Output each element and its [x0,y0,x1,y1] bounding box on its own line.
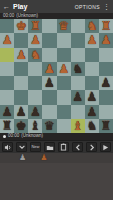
square-h4[interactable] [0,62,14,76]
square-e5[interactable]: ♟ [42,76,56,90]
square-a7[interactable] [99,105,113,119]
captured-white-pawn-icon: ♟ [40,154,47,162]
new-game-label: New [31,145,39,149]
black-pawn[interactable]: ♟ [30,105,41,117]
square-h6[interactable] [0,90,14,104]
white-pawn[interactable]: ♟ [86,34,97,46]
white-knight[interactable]: ♞ [86,20,97,32]
black-knight[interactable]: ♞ [86,119,97,131]
options-button[interactable]: OPTIONS [75,4,100,10]
square-f5[interactable] [28,76,42,90]
square-d7[interactable] [57,105,71,119]
folder-icon [46,144,54,151]
overflow-menu-icon[interactable]: ⋮ [103,3,110,10]
square-f1[interactable]: ♜ [28,19,42,33]
chevron-down-icon [18,144,26,150]
square-a3[interactable] [99,48,113,62]
black-pawn[interactable]: ♟ [101,77,112,89]
captured-pieces-row: ♟ ♟ [0,153,113,163]
square-g5[interactable] [14,76,28,90]
square-e8[interactable]: ♛ [42,119,56,133]
square-f8[interactable]: ♝ [28,119,42,133]
square-e2[interactable] [42,33,56,47]
square-a8[interactable]: ♜ [99,119,113,133]
square-g4[interactable] [14,62,28,76]
white-rook[interactable]: ♜ [101,20,112,32]
black-knight[interactable]: ♞ [72,62,83,74]
volume-button[interactable] [2,142,13,152]
square-h3[interactable] [0,48,14,62]
square-b7[interactable]: ♟ [85,105,99,119]
volume-icon [4,144,12,151]
white-pawn[interactable]: ♟ [16,48,27,60]
bottom-player-name: (Unknown) [21,134,43,139]
square-b1[interactable]: ♞ [85,19,99,33]
black-pawn[interactable]: ♟ [86,91,97,103]
chevron-left-icon [75,144,81,151]
square-b5[interactable] [85,76,99,90]
square-c5[interactable] [71,76,85,90]
square-c2[interactable] [71,33,85,47]
white-bishop[interactable]: ♝ [72,119,83,131]
square-f2[interactable]: ♟ [28,33,42,47]
square-h1[interactable] [0,19,14,33]
open-button[interactable] [44,142,55,152]
play-icon [102,144,109,151]
square-d3[interactable] [57,48,71,62]
square-g8[interactable]: ♚ [14,119,28,133]
square-c4[interactable]: ♞ [71,62,85,76]
square-g3[interactable]: ♟ [14,48,28,62]
square-d6[interactable] [57,90,71,104]
square-b2[interactable]: ♟ [85,33,99,47]
page-title: Play [13,3,27,10]
square-h2[interactable]: ♟ [0,33,14,47]
square-c6[interactable]: ♟ [71,90,85,104]
square-b8[interactable]: ♞ [85,119,99,133]
square-c1[interactable] [71,19,85,33]
square-h8[interactable]: ♜ [0,119,14,133]
white-pawn[interactable]: ♟ [101,34,112,46]
square-f7[interactable]: ♟ [28,105,42,119]
bottom-player-strip: 00:00 (Unknown) [0,133,113,140]
black-queen[interactable]: ♛ [44,119,55,131]
square-c3[interactable] [71,48,85,62]
square-a5[interactable]: ♟ [99,76,113,90]
square-c8[interactable]: ♝ [71,119,85,133]
collapse-button[interactable] [16,142,27,152]
square-g2[interactable] [14,33,28,47]
square-e6[interactable] [42,90,56,104]
square-g7[interactable]: ♟ [14,105,28,119]
white-queen[interactable]: ♛ [58,20,69,32]
top-player-clock: 00:00 [3,14,14,19]
bottom-panel [0,163,113,200]
square-e4[interactable]: ♟ [42,62,56,76]
white-king[interactable]: ♚ [16,20,27,32]
black-king[interactable]: ♚ [16,119,27,131]
square-d4[interactable]: ♟ [57,62,71,76]
white-rook[interactable]: ♜ [30,20,41,32]
white-pawn[interactable]: ♟ [44,62,55,74]
square-b3[interactable] [85,48,99,62]
square-c7[interactable] [71,105,85,119]
autoplay-button[interactable] [100,142,111,152]
copy-button[interactable] [58,142,69,152]
square-a6[interactable] [99,90,113,104]
chess-app: ← Play OPTIONS ⋮ 00:00 (Unknown) ♚♜♛♞♜♟♟… [0,0,113,200]
app-header: ← Play OPTIONS ⋮ [0,0,113,13]
white-pawn[interactable]: ♟ [30,34,41,46]
black-rook[interactable]: ♜ [2,119,13,131]
black-pawn[interactable]: ♟ [86,105,97,117]
captured-black-pawn-icon: ♟ [19,154,26,162]
black-rook[interactable]: ♜ [101,119,112,131]
square-d1[interactable]: ♛ [57,19,71,33]
back-icon[interactable]: ← [3,3,10,10]
move-forward-button[interactable] [86,142,97,152]
black-pawn[interactable]: ♟ [16,105,27,117]
square-h7[interactable]: ♟ [0,105,14,119]
white-pawn[interactable]: ♟ [58,62,69,74]
square-a2[interactable]: ♟ [99,33,113,47]
bottom-player-clock: 00:00 [8,134,19,139]
square-d5[interactable] [57,76,71,90]
chess-board[interactable]: ♚♜♛♞♜♟♟♟♟♟♞♟♟♞♟♟♟♟♟♟♟♟♜♚♝♛♝♞♜ [0,19,113,133]
black-pawn[interactable]: ♟ [44,77,55,89]
square-f4[interactable] [28,62,42,76]
black-pawn[interactable]: ♟ [72,91,83,103]
square-f3[interactable]: ♞ [28,48,42,62]
square-e3[interactable] [42,48,56,62]
clipboard-icon [60,143,67,151]
square-g1[interactable]: ♚ [14,19,28,33]
top-player-name: (Unknown) [16,14,38,19]
square-d8[interactable] [57,119,71,133]
square-e7[interactable] [42,105,56,119]
chevron-right-icon [89,144,95,151]
square-h5[interactable] [0,76,14,90]
black-bishop[interactable]: ♝ [30,119,41,131]
square-d2[interactable] [57,33,71,47]
bottom-player-color-dot [3,135,6,138]
square-a1[interactable]: ♜ [99,19,113,33]
square-b4[interactable] [85,62,99,76]
game-toolbar: New [0,140,113,153]
square-f6[interactable] [28,90,42,104]
square-a4[interactable] [99,62,113,76]
black-pawn[interactable]: ♟ [2,105,13,117]
square-g6[interactable] [14,90,28,104]
square-b6[interactable]: ♟ [85,90,99,104]
white-pawn[interactable]: ♟ [2,34,13,46]
white-knight[interactable]: ♞ [30,48,41,60]
new-game-button[interactable]: New [30,142,41,152]
square-e1[interactable] [42,19,56,33]
move-back-button[interactable] [72,142,83,152]
